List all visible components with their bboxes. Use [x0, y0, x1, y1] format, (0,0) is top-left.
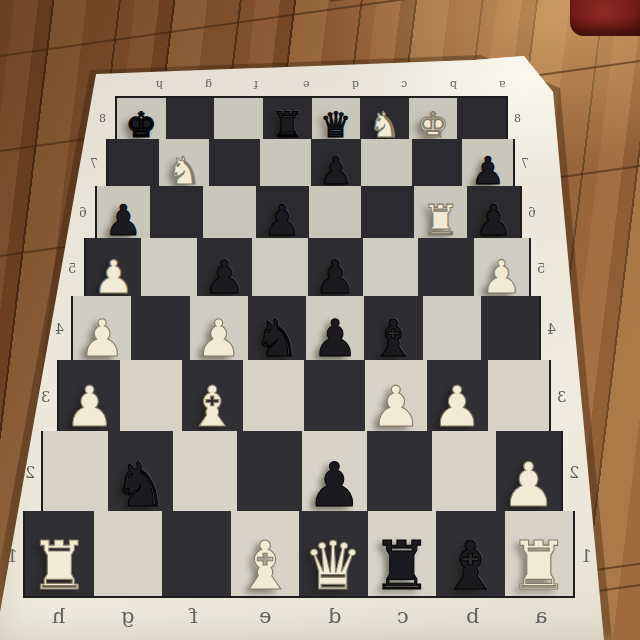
- black-queen-d8-icon[interactable]: ♛: [320, 108, 351, 143]
- square-f7[interactable]: [209, 139, 260, 186]
- white-pawn-a5-icon[interactable]: ♟: [481, 254, 522, 300]
- square-h6[interactable]: ♟: [95, 186, 150, 238]
- square-f5[interactable]: ♟: [197, 238, 252, 296]
- black-bishop-b1-icon[interactable]: ♝: [440, 533, 500, 600]
- board-row-rank-1: ♜♝♛♜♝♜: [23, 511, 575, 598]
- square-d8[interactable]: ♛: [312, 96, 361, 139]
- square-c5[interactable]: [363, 238, 418, 296]
- square-g4[interactable]: [131, 296, 189, 360]
- square-e5[interactable]: [252, 238, 307, 296]
- board-row-rank-3: ♟♝♟♟: [57, 360, 551, 431]
- board-row-rank-8: ♚♜♛♞♚: [115, 96, 508, 139]
- square-d7[interactable]: ♟: [311, 139, 362, 186]
- red-object: [570, 0, 640, 36]
- square-h5[interactable]: ♟: [84, 238, 141, 296]
- square-a3[interactable]: [488, 360, 551, 431]
- square-c6[interactable]: [361, 186, 414, 238]
- floor-plank-gap: [0, 0, 640, 57]
- black-pawn-a7-icon[interactable]: ♟: [471, 152, 505, 190]
- square-b4[interactable]: [423, 296, 481, 360]
- white-pawn-c3-icon[interactable]: ♟: [371, 379, 421, 435]
- square-c7[interactable]: [361, 139, 412, 186]
- black-pawn-d4-icon[interactable]: ♟: [312, 313, 358, 364]
- black-pawn-d5-icon[interactable]: ♟: [315, 254, 356, 300]
- black-pawn-f5-icon[interactable]: ♟: [204, 254, 245, 300]
- square-d2[interactable]: ♟: [302, 431, 367, 511]
- square-f1[interactable]: [162, 511, 231, 598]
- square-a8[interactable]: [457, 96, 508, 139]
- white-knight-c8-icon[interactable]: ♞: [369, 108, 400, 143]
- white-pawn-a2-icon[interactable]: ♟: [501, 454, 556, 515]
- white-bishop-f3-icon[interactable]: ♝: [187, 379, 237, 435]
- white-rook-b6-icon[interactable]: ♜: [422, 200, 460, 242]
- square-a1[interactable]: ♜: [505, 511, 576, 598]
- white-bishop-e1-icon[interactable]: ♝: [235, 533, 295, 600]
- white-pawn-h4-icon[interactable]: ♟: [79, 313, 125, 364]
- square-h2[interactable]: [41, 431, 108, 511]
- square-d4[interactable]: ♟: [306, 296, 364, 360]
- square-a4[interactable]: [481, 296, 541, 360]
- square-b7[interactable]: [412, 139, 463, 186]
- white-pawn-h3-icon[interactable]: ♟: [65, 379, 115, 435]
- white-pawn-f4-icon[interactable]: ♟: [196, 313, 242, 364]
- white-rook-a1-icon[interactable]: ♜: [509, 533, 569, 600]
- black-rook-e8-icon[interactable]: ♜: [271, 108, 302, 143]
- square-e8[interactable]: ♜: [263, 96, 312, 139]
- square-g1[interactable]: [94, 511, 163, 598]
- black-knight-g2-icon[interactable]: ♞: [113, 454, 168, 515]
- square-c1[interactable]: ♜: [368, 511, 437, 598]
- white-king-b8-icon[interactable]: ♚: [417, 108, 448, 143]
- square-a6[interactable]: ♟: [467, 186, 522, 238]
- board-row-rank-7: ♞♟♟: [106, 139, 515, 186]
- square-h3[interactable]: ♟: [57, 360, 120, 431]
- square-b8[interactable]: ♚: [409, 96, 458, 139]
- square-f8[interactable]: [214, 96, 263, 139]
- square-g2[interactable]: ♞: [108, 431, 173, 511]
- board-row-rank-6: ♟♟♜♟: [95, 186, 522, 238]
- square-e3[interactable]: [243, 360, 304, 431]
- square-c8[interactable]: ♞: [360, 96, 409, 139]
- black-knight-e4-icon[interactable]: ♞: [254, 313, 300, 364]
- square-g3[interactable]: [120, 360, 181, 431]
- square-e7[interactable]: [260, 139, 311, 186]
- square-e1[interactable]: ♝: [231, 511, 300, 598]
- square-f4[interactable]: ♟: [190, 296, 248, 360]
- square-h7[interactable]: [106, 139, 159, 186]
- square-h8[interactable]: ♚: [115, 96, 166, 139]
- square-e6[interactable]: ♟: [256, 186, 309, 238]
- white-pawn-h5-icon[interactable]: ♟: [93, 254, 134, 300]
- square-c2[interactable]: [367, 431, 432, 511]
- square-b6[interactable]: ♜: [414, 186, 467, 238]
- square-a7[interactable]: ♟: [462, 139, 515, 186]
- square-c3[interactable]: ♟: [365, 360, 426, 431]
- white-pawn-b3-icon[interactable]: ♟: [432, 379, 482, 435]
- board-row-rank-5: ♟♟♟♟: [84, 238, 531, 296]
- square-g6[interactable]: [150, 186, 203, 238]
- board-row-rank-4: ♟♟♞♟♝: [71, 296, 541, 360]
- black-rook-c1-icon[interactable]: ♜: [372, 533, 432, 600]
- square-e4[interactable]: ♞: [248, 296, 306, 360]
- square-d6[interactable]: [309, 186, 362, 238]
- black-pawn-e6-icon[interactable]: ♟: [263, 200, 301, 242]
- square-f3[interactable]: ♝: [182, 360, 243, 431]
- square-b3[interactable]: ♟: [427, 360, 488, 431]
- black-pawn-d2-icon[interactable]: ♟: [307, 454, 362, 515]
- black-king-h8-icon[interactable]: ♚: [126, 108, 157, 143]
- square-g8[interactable]: [166, 96, 215, 139]
- square-b5[interactable]: [418, 238, 473, 296]
- white-rook-h1-icon[interactable]: ♜: [29, 533, 89, 600]
- square-e2[interactable]: [237, 431, 302, 511]
- square-a5[interactable]: ♟: [474, 238, 531, 296]
- square-h1[interactable]: ♜: [23, 511, 94, 598]
- square-g7[interactable]: ♞: [159, 139, 210, 186]
- photo-chess-scene: ♚♜♛♞♚♞♟♟♟♟♜♟♟♟♟♟♟♟♞♟♝♟♝♟♟♞♟♟♜♝♛♜♝♜hgfedc…: [0, 0, 640, 640]
- square-d1[interactable]: ♛: [299, 511, 368, 598]
- black-bishop-c4-icon[interactable]: ♝: [371, 313, 417, 364]
- square-b2[interactable]: [432, 431, 497, 511]
- white-queen-d1-icon[interactable]: ♛: [303, 533, 363, 600]
- board-row-rank-2: ♞♟♟: [41, 431, 563, 511]
- square-a2[interactable]: ♟: [496, 431, 563, 511]
- square-g5[interactable]: [141, 238, 196, 296]
- black-pawn-a6-icon[interactable]: ♟: [475, 200, 513, 242]
- square-d3[interactable]: [304, 360, 365, 431]
- square-f6[interactable]: [203, 186, 256, 238]
- square-b1[interactable]: ♝: [436, 511, 505, 598]
- black-pawn-d7-icon[interactable]: ♟: [319, 152, 353, 190]
- black-pawn-h6-icon[interactable]: ♟: [105, 200, 143, 242]
- square-d5[interactable]: ♟: [308, 238, 363, 296]
- square-c4[interactable]: ♝: [364, 296, 422, 360]
- square-f2[interactable]: [173, 431, 238, 511]
- white-knight-g7-icon[interactable]: ♞: [167, 152, 201, 190]
- square-h4[interactable]: ♟: [71, 296, 131, 360]
